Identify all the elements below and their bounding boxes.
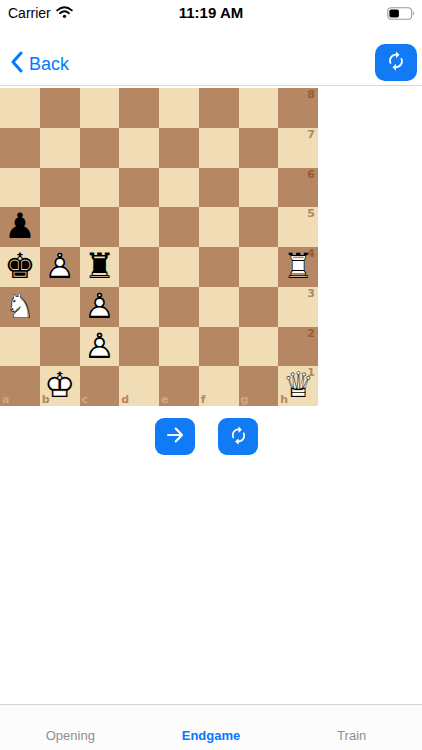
square-b4[interactable]: ♟♙: [40, 247, 80, 287]
rank-label-2: 2: [307, 328, 315, 339]
square-f3[interactable]: [199, 287, 239, 327]
file-label-a: a: [2, 394, 9, 405]
square-c7[interactable]: [80, 128, 120, 168]
square-a2[interactable]: [0, 327, 40, 367]
square-g3[interactable]: [239, 287, 279, 327]
rank-label-8: 8: [307, 89, 315, 100]
square-a7[interactable]: [0, 128, 40, 168]
square-d3[interactable]: [119, 287, 159, 327]
square-d1[interactable]: d: [119, 366, 159, 406]
piece-white-pawn[interactable]: ♟♙: [80, 287, 120, 327]
square-e6[interactable]: [159, 168, 199, 208]
file-label-b: b: [42, 394, 50, 405]
square-e2[interactable]: [159, 327, 199, 367]
file-label-g: g: [241, 394, 249, 405]
square-b2[interactable]: [40, 327, 80, 367]
piece-black-rook[interactable]: ♜: [80, 247, 120, 287]
tab-endgame[interactable]: Endgame: [141, 705, 282, 750]
square-e8[interactable]: [159, 88, 199, 128]
battery-icon: [387, 6, 416, 24]
square-f2[interactable]: [199, 327, 239, 367]
square-a1[interactable]: a: [0, 366, 40, 406]
piece-glyph: ♟: [0, 207, 40, 247]
square-f1[interactable]: f: [199, 366, 239, 406]
square-f5[interactable]: [199, 207, 239, 247]
square-h8[interactable]: 8: [278, 88, 318, 128]
square-g6[interactable]: [239, 168, 279, 208]
square-c2[interactable]: ♟♙: [80, 327, 120, 367]
square-d7[interactable]: [119, 128, 159, 168]
file-label-h: h: [280, 394, 288, 405]
restart-button[interactable]: [218, 418, 258, 455]
tab-train[interactable]: Train: [281, 705, 422, 750]
nav-bar: Back: [0, 24, 422, 86]
square-h3[interactable]: 3: [278, 287, 318, 327]
square-b3[interactable]: [40, 287, 80, 327]
square-h2[interactable]: 2: [278, 327, 318, 367]
file-label-f: f: [201, 394, 206, 405]
piece-outline: ♙: [80, 327, 120, 367]
clock-time: 11:19 AM: [0, 4, 422, 21]
piece-white-pawn[interactable]: ♟♙: [40, 247, 80, 287]
square-g4[interactable]: [239, 247, 279, 287]
tab-opening[interactable]: Opening: [0, 705, 141, 750]
square-a3[interactable]: ♞♘: [0, 287, 40, 327]
square-f8[interactable]: [199, 88, 239, 128]
square-a4[interactable]: ♚: [0, 247, 40, 287]
square-c5[interactable]: [80, 207, 120, 247]
piece-black-king[interactable]: ♚: [0, 247, 40, 287]
square-d2[interactable]: [119, 327, 159, 367]
square-h7[interactable]: 7: [278, 128, 318, 168]
file-label-d: d: [121, 394, 129, 405]
refresh-swap-icon: [385, 50, 407, 75]
screen: Carrier 11:19 AM: [0, 0, 422, 750]
rank-label-4: 4: [307, 248, 315, 259]
square-c8[interactable]: [80, 88, 120, 128]
rank-label-1: 1: [307, 367, 315, 378]
back-button[interactable]: Back: [10, 51, 69, 77]
file-label-c: c: [82, 394, 89, 405]
square-g1[interactable]: g: [239, 366, 279, 406]
square-a5[interactable]: ♟: [0, 207, 40, 247]
rank-label-7: 7: [307, 129, 315, 140]
square-h1[interactable]: 1h♛♕: [278, 366, 318, 406]
square-c6[interactable]: [80, 168, 120, 208]
next-move-button[interactable]: [155, 418, 195, 455]
square-c3[interactable]: ♟♙: [80, 287, 120, 327]
piece-glyph: ♜: [80, 247, 120, 287]
square-g8[interactable]: [239, 88, 279, 128]
piece-white-knight[interactable]: ♞♘: [0, 287, 40, 327]
square-a6[interactable]: [0, 168, 40, 208]
square-e7[interactable]: [159, 128, 199, 168]
square-b5[interactable]: [40, 207, 80, 247]
rank-label-3: 3: [307, 288, 315, 299]
square-c1[interactable]: c: [80, 366, 120, 406]
file-label-e: e: [161, 394, 168, 405]
square-e5[interactable]: [159, 207, 199, 247]
refresh-swap-icon: [228, 425, 249, 449]
square-g5[interactable]: [239, 207, 279, 247]
piece-outline: ♙: [40, 247, 80, 287]
square-b8[interactable]: [40, 88, 80, 128]
square-f6[interactable]: [199, 168, 239, 208]
square-b1[interactable]: b♚♔: [40, 366, 80, 406]
piece-white-pawn[interactable]: ♟♙: [80, 327, 120, 367]
arrow-right-icon: [164, 424, 186, 449]
rank-label-6: 6: [307, 169, 315, 180]
square-f4[interactable]: [199, 247, 239, 287]
flip-board-button[interactable]: [375, 44, 417, 81]
back-chevron-icon: [10, 51, 23, 77]
square-f7[interactable]: [199, 128, 239, 168]
square-d5[interactable]: [119, 207, 159, 247]
square-b7[interactable]: [40, 128, 80, 168]
square-g7[interactable]: [239, 128, 279, 168]
chess-board: 876♟5♚♟♙♜4♜♖♞♘♟♙3♟♙2ab♚♔cdefg1h♛♕: [0, 88, 318, 406]
square-e4[interactable]: [159, 247, 199, 287]
status-bar: Carrier 11:19 AM: [0, 0, 422, 24]
piece-glyph: ♚: [0, 247, 40, 287]
square-e1[interactable]: e: [159, 366, 199, 406]
square-d8[interactable]: [119, 88, 159, 128]
square-h6[interactable]: 6: [278, 168, 318, 208]
square-d4[interactable]: [119, 247, 159, 287]
square-g2[interactable]: [239, 327, 279, 367]
back-label: Back: [29, 54, 69, 75]
square-c4[interactable]: ♜: [80, 247, 120, 287]
square-h4[interactable]: 4♜♖: [278, 247, 318, 287]
square-b6[interactable]: [40, 168, 80, 208]
tab-bar: Opening Endgame Train: [0, 704, 422, 750]
piece-outline: ♘: [0, 287, 40, 327]
piece-black-pawn[interactable]: ♟: [0, 207, 40, 247]
square-a8[interactable]: [0, 88, 40, 128]
square-e3[interactable]: [159, 287, 199, 327]
piece-outline: ♙: [80, 287, 120, 327]
rank-label-5: 5: [307, 208, 315, 219]
square-h5[interactable]: 5: [278, 207, 318, 247]
square-d6[interactable]: [119, 168, 159, 208]
